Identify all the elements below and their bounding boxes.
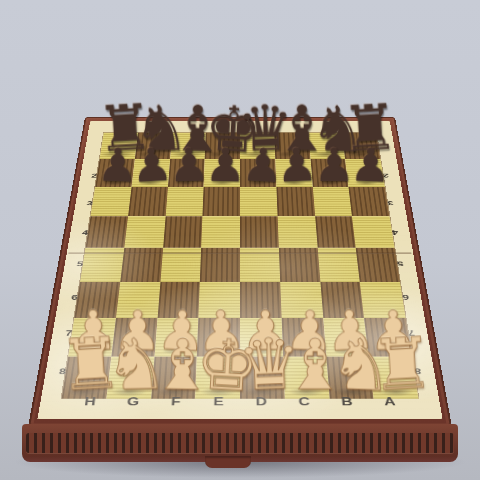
rank-label-7: 7: [407, 328, 415, 337]
piece-shadow: [200, 387, 236, 396]
square-d6: [240, 282, 281, 318]
piece-shadow: [377, 387, 414, 396]
square-d8: ♛: [240, 357, 285, 399]
piece-shadow: [375, 348, 404, 355]
piece-shadow: [345, 151, 379, 158]
square-g4: [124, 216, 165, 248]
piece-shadow: [333, 387, 370, 396]
square-e7: ♟: [197, 318, 240, 357]
square-f3: [165, 187, 204, 217]
piece-shadow: [290, 348, 318, 355]
rank-label-5: 5: [396, 260, 403, 268]
file-label-h: H: [68, 396, 112, 408]
piece-shadow: [119, 348, 148, 355]
rank-label-6: 6: [402, 293, 410, 301]
latch-tab: [205, 456, 251, 468]
piece-shadow: [162, 348, 190, 355]
piece-shadow: [246, 180, 270, 185]
square-b8: ♞: [326, 357, 374, 399]
piece-shadow: [210, 180, 234, 185]
piece-shadow: [138, 180, 162, 185]
piece-shadow: [204, 348, 232, 355]
square-c7: ♟: [281, 318, 326, 357]
square-b3: [312, 187, 352, 217]
fold-seam: [68, 253, 411, 254]
square-g7: ♟: [111, 318, 157, 357]
square-e6: [199, 282, 240, 318]
square-d1: ♛: [240, 133, 275, 159]
square-b7: ♟: [323, 318, 369, 357]
square-g3: [128, 187, 168, 217]
rank-label-3: 3: [86, 200, 93, 207]
piece-shadow: [244, 387, 280, 396]
rank-label-3: 3: [387, 200, 394, 207]
rank-label-2: 2: [91, 172, 98, 178]
square-c1: ♝: [274, 133, 310, 159]
piece-shadow: [171, 151, 204, 158]
square-e4: [201, 216, 240, 248]
rank-label-2: 2: [382, 172, 389, 178]
square-c2: ♟: [275, 159, 312, 187]
file-label-e: E: [197, 396, 240, 408]
rank-label-8: 8: [413, 366, 421, 376]
rank-label-6: 6: [71, 293, 79, 301]
square-f4: [163, 216, 203, 248]
square-f1: ♝: [170, 133, 206, 159]
piece-shadow: [174, 180, 198, 185]
square-b4: [315, 216, 356, 248]
square-d3: [240, 187, 277, 217]
rank-label-7: 7: [65, 328, 73, 337]
rank-label-5: 5: [76, 260, 83, 268]
square-f6: [157, 282, 200, 318]
square-b2: ♟: [310, 159, 348, 187]
square-e1: ♚: [205, 133, 240, 159]
board-front-edge: [22, 424, 458, 462]
square-d2: ♟: [240, 159, 276, 187]
square-f2: ♟: [168, 159, 205, 187]
file-label-d: D: [240, 396, 283, 408]
square-f8: ♝: [151, 357, 197, 399]
square-g2: ♟: [131, 159, 169, 187]
square-g1: ♞: [135, 133, 172, 159]
square-g6: [116, 282, 160, 318]
square-c6: [280, 282, 323, 318]
square-e8: ♚: [195, 357, 240, 399]
square-c4: [277, 216, 317, 248]
square-f7: ♟: [154, 318, 199, 357]
rank-label-8: 8: [58, 366, 66, 376]
piece-shadow: [247, 348, 275, 355]
squares-grid: ♜♞♝♚♛♝♞♜♟♟♟♟♟♟♟♟♟♟♟♟♟♟♟♟♜♞♝♚♛♝♞♜: [61, 133, 418, 399]
piece-shadow: [282, 180, 306, 185]
piece-shadow: [206, 151, 239, 158]
square-b1: ♞: [308, 133, 345, 159]
file-label-b: B: [325, 396, 369, 408]
file-label-c: C: [283, 396, 327, 408]
piece-shadow: [311, 151, 344, 158]
square-e2: ♟: [204, 159, 240, 187]
rank-label-4: 4: [81, 229, 88, 236]
file-label-f: F: [154, 396, 198, 408]
piece-shadow: [288, 387, 324, 396]
square-d4: [240, 216, 279, 248]
file-label-a: A: [368, 396, 412, 408]
piece-shadow: [354, 180, 378, 185]
file-label-g: G: [111, 396, 155, 408]
square-b6: [320, 282, 364, 318]
piece-shadow: [318, 180, 342, 185]
chess-board: ♜♞♝♚♛♝♞♜♟♟♟♟♟♟♟♟♟♟♟♟♟♟♟♟♜♞♝♚♛♝♞♜ HGFEDCB…: [28, 117, 452, 427]
square-e3: [203, 187, 240, 217]
photo-backdrop: ♜♞♝♚♛♝♞♜♟♟♟♟♟♟♟♟♟♟♟♟♟♟♟♟♜♞♝♚♛♝♞♜ HGFEDCB…: [0, 0, 480, 480]
piece-shadow: [101, 151, 135, 158]
board-frame: ♜♞♝♚♛♝♞♜♟♟♟♟♟♟♟♟♟♟♟♟♟♟♟♟♜♞♝♚♛♝♞♜ HGFEDCB…: [28, 117, 452, 427]
square-c3: [276, 187, 315, 217]
piece-shadow: [333, 348, 362, 355]
piece-shadow: [136, 151, 169, 158]
ribbed-trim: [26, 433, 454, 453]
piece-shadow: [276, 151, 309, 158]
square-c8: ♝: [283, 357, 329, 399]
square-d7: ♟: [240, 318, 283, 357]
piece-shadow: [241, 151, 274, 158]
piece-shadow: [76, 348, 105, 355]
piece-shadow: [102, 180, 126, 185]
board-surface: ♜♞♝♚♛♝♞♜♟♟♟♟♟♟♟♟♟♟♟♟♟♟♟♟♜♞♝♚♛♝♞♜ HGFEDCB…: [37, 121, 442, 419]
rank-label-4: 4: [391, 229, 398, 236]
